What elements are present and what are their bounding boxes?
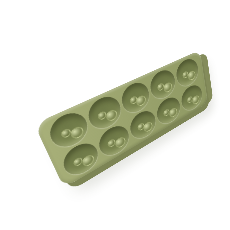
pit-nub — [114, 136, 127, 150]
pit-nub — [60, 127, 72, 139]
mancala-board — [34, 50, 208, 188]
pit-nub — [169, 107, 178, 119]
pit-nub — [69, 125, 85, 141]
pit-nub — [187, 69, 196, 81]
pit-nub — [192, 94, 200, 106]
pit-nub — [163, 81, 173, 94]
pit-nub — [97, 110, 107, 121]
photo-background — [0, 0, 230, 230]
pit-nub — [81, 153, 96, 168]
pit-nub — [107, 138, 117, 148]
pit-nub — [143, 120, 154, 133]
pit-nub — [72, 156, 83, 167]
